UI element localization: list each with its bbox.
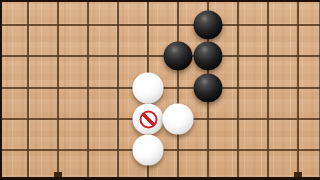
go-board-viewport <box>0 0 320 180</box>
grid-line-vertical <box>267 0 269 180</box>
grid-line-vertical <box>87 0 89 180</box>
no-entry-icon <box>139 110 157 128</box>
board-edge-bottom <box>0 177 320 180</box>
white-stone[interactable] <box>133 104 164 135</box>
board-edge-left <box>0 0 2 180</box>
white-stone[interactable] <box>133 73 164 104</box>
black-stone[interactable] <box>194 11 223 40</box>
grid-line-vertical <box>297 0 299 180</box>
board-edge-top <box>0 0 320 2</box>
black-stone[interactable] <box>194 42 223 71</box>
white-stone[interactable] <box>163 104 194 135</box>
go-board[interactable] <box>0 0 320 180</box>
grid-line-vertical <box>27 0 29 180</box>
black-stone[interactable] <box>194 74 223 103</box>
black-stone[interactable] <box>164 42 193 71</box>
grid-line-vertical <box>57 0 59 180</box>
grid-line-vertical <box>117 0 119 180</box>
white-stone[interactable] <box>133 135 164 166</box>
grid-line-horizontal <box>0 24 320 26</box>
grid-line-vertical <box>237 0 239 180</box>
grid-line-vertical <box>177 0 179 180</box>
grid-line-horizontal <box>0 55 320 57</box>
